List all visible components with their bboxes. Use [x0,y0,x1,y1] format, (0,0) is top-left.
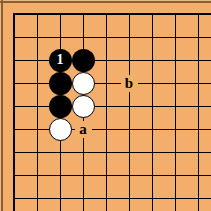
grid-line-horizontal [13,106,211,107]
grid-line-horizontal [13,13,211,15]
grid-line-vertical [198,13,199,211]
white-stone [72,95,95,118]
grid-line-vertical [152,13,153,211]
black-stone [49,95,72,118]
black-stone [72,49,95,72]
grid-line-vertical [129,13,130,211]
grid-line-horizontal [13,83,211,84]
stone-number-label: 1 [57,53,64,67]
grid-line-vertical [13,13,15,211]
go-diagram: ab1 [0,0,211,211]
point-marker-a: a [75,121,92,138]
white-stone [49,118,72,141]
grid-line-vertical [175,13,176,211]
white-stone [72,72,95,95]
go-board: ab1 [0,0,211,211]
grid-line-horizontal [13,152,211,153]
point-marker-b: b [121,75,138,92]
black-stone-1: 1 [49,49,72,72]
grid-line-horizontal [13,37,211,38]
grid-line-horizontal [13,129,211,130]
black-stone [49,72,72,95]
grid-line-horizontal [13,198,211,199]
grid-line-vertical [106,13,107,211]
grid-line-horizontal [13,60,211,61]
grid-line-horizontal [13,175,211,176]
grid-line-vertical [37,13,38,211]
